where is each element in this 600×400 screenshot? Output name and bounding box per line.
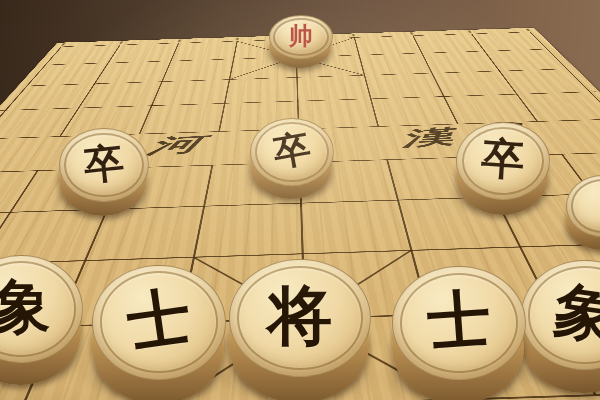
piece-black-general[interactable]: 将 — [229, 259, 369, 400]
piece-character: 将 — [268, 283, 333, 348]
piece-face: 帅 — [269, 15, 333, 59]
piece-character: 卒 — [82, 141, 126, 185]
piece-character: 帅 — [289, 24, 313, 48]
piece-face: 士 — [392, 266, 526, 380]
piece-character: 象 — [0, 277, 51, 336]
piece-character: 卒 — [480, 136, 526, 182]
piece-face: 卒 — [456, 122, 550, 200]
piece-black-soldier-center[interactable]: 卒 — [250, 118, 332, 199]
xiangqi-photo-stage: 楚河 漢界 帅卒卒卒象象将士士 — [0, 0, 600, 400]
piece-black-advisor-right[interactable]: 士 — [392, 266, 524, 400]
piece-face: 卒 — [59, 128, 149, 202]
piece-character: 士 — [123, 284, 194, 355]
piece-character: 卒 — [271, 129, 314, 172]
piece-black-advisor-left[interactable]: 士 — [92, 265, 224, 400]
piece-character: 象 — [551, 279, 600, 347]
piece-black-soldier-left[interactable]: 卒 — [59, 128, 147, 216]
piece-red-general[interactable]: 帅 — [269, 15, 331, 68]
piece-black-soldier-right[interactable]: 卒 — [456, 122, 548, 215]
pieces-layer: 帅卒卒卒象象将士士 — [0, 0, 600, 400]
piece-face: 士 — [92, 265, 226, 380]
piece-face: 将 — [229, 259, 371, 377]
piece-black-elephant-right[interactable]: 象 — [521, 260, 600, 393]
piece-black-elephant-left[interactable]: 象 — [0, 255, 81, 385]
piece-face: 卒 — [250, 118, 334, 186]
piece-character: 士 — [425, 287, 492, 354]
piece-unknown-right-edge[interactable] — [566, 175, 600, 250]
